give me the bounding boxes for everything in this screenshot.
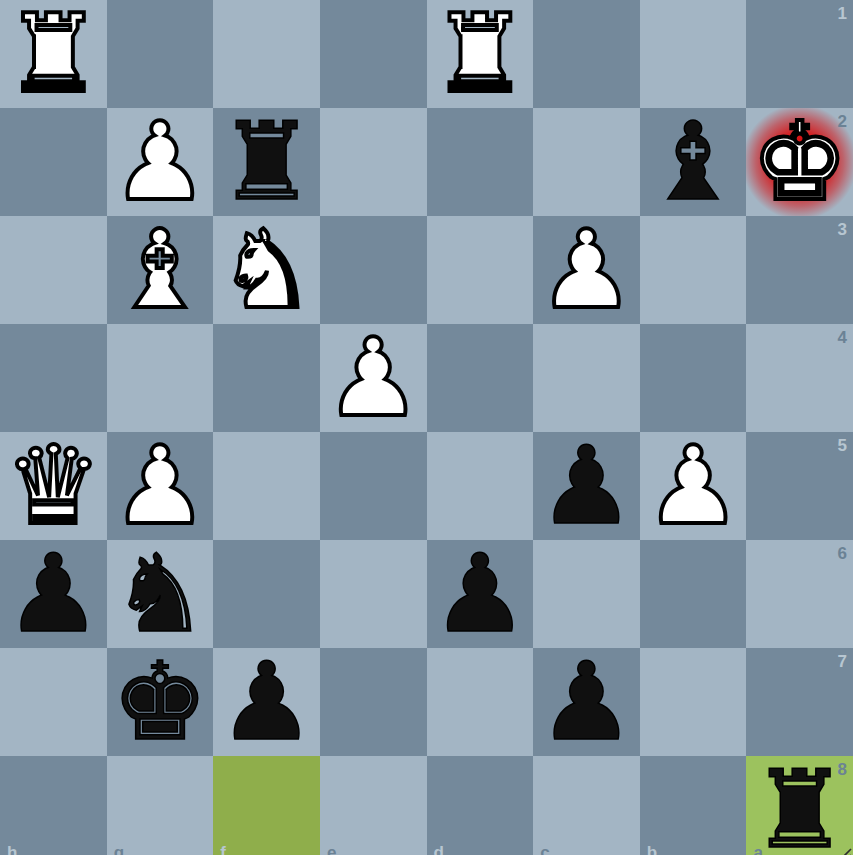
square-b3[interactable] <box>640 216 747 324</box>
piece-black-bishop[interactable]: ♝ <box>645 108 742 216</box>
square-c3[interactable]: ♟ <box>533 216 640 324</box>
square-h2[interactable] <box>0 108 107 216</box>
square-d5[interactable] <box>427 432 534 540</box>
square-c7[interactable]: ♟ <box>533 648 640 756</box>
square-a8[interactable]: ♜a8 <box>746 756 853 855</box>
piece-white-bishop[interactable]: ♝ <box>112 216 209 324</box>
rank-label-6: 6 <box>838 545 847 562</box>
square-f2[interactable]: ♜ <box>213 108 320 216</box>
square-g1[interactable] <box>107 0 214 108</box>
file-label-h: h <box>7 844 17 855</box>
piece-white-king[interactable]: ♚ <box>751 108 848 216</box>
square-d4[interactable] <box>427 324 534 432</box>
square-a1[interactable]: 1 <box>746 0 853 108</box>
square-c5[interactable]: ♟ <box>533 432 640 540</box>
rank-label-1: 1 <box>838 5 847 22</box>
square-h4[interactable] <box>0 324 107 432</box>
file-label-a: a <box>753 844 762 855</box>
square-a3[interactable]: 3 <box>746 216 853 324</box>
file-label-b: b <box>647 844 657 855</box>
piece-black-pawn[interactable]: ♟ <box>5 540 102 648</box>
square-e7[interactable] <box>320 648 427 756</box>
square-b5[interactable]: ♟ <box>640 432 747 540</box>
square-d1[interactable]: ♜ <box>427 0 534 108</box>
square-h7[interactable] <box>0 648 107 756</box>
piece-black-rook[interactable]: ♜ <box>218 108 315 216</box>
square-a7[interactable]: 7 <box>746 648 853 756</box>
rank-label-7: 7 <box>838 653 847 670</box>
square-e8[interactable]: e <box>320 756 427 855</box>
piece-white-pawn[interactable]: ♟ <box>645 432 742 540</box>
board-resize-handle[interactable] <box>834 845 852 855</box>
square-f7[interactable]: ♟ <box>213 648 320 756</box>
square-h3[interactable] <box>0 216 107 324</box>
square-b1[interactable] <box>640 0 747 108</box>
piece-white-rook[interactable]: ♜ <box>5 0 102 108</box>
square-d2[interactable] <box>427 108 534 216</box>
piece-white-pawn[interactable]: ♟ <box>112 432 209 540</box>
square-b8[interactable]: b <box>640 756 747 855</box>
square-h1[interactable]: ♜ <box>0 0 107 108</box>
square-f1[interactable] <box>213 0 320 108</box>
square-g5[interactable]: ♟ <box>107 432 214 540</box>
square-d8[interactable]: d <box>427 756 534 855</box>
square-g2[interactable]: ♟ <box>107 108 214 216</box>
square-b6[interactable] <box>640 540 747 648</box>
square-g8[interactable]: g <box>107 756 214 855</box>
rank-label-8: 8 <box>838 761 847 778</box>
piece-white-pawn[interactable]: ♟ <box>112 108 209 216</box>
square-e6[interactable] <box>320 540 427 648</box>
square-d6[interactable]: ♟ <box>427 540 534 648</box>
file-label-e: e <box>327 844 336 855</box>
square-g3[interactable]: ♝ <box>107 216 214 324</box>
file-label-f: f <box>220 844 226 855</box>
chess-board: ♜♜1♟♜♝♚2♝♞♟3♟4♛♟♟♟5♟♞♟6♚♟♟7hgfedcb♜a8 <box>0 0 853 855</box>
square-g4[interactable] <box>107 324 214 432</box>
square-c1[interactable] <box>533 0 640 108</box>
file-label-d: d <box>434 844 444 855</box>
square-h5[interactable]: ♛ <box>0 432 107 540</box>
piece-black-knight[interactable]: ♞ <box>112 540 209 648</box>
square-g7[interactable]: ♚ <box>107 648 214 756</box>
piece-black-pawn[interactable]: ♟ <box>218 648 315 756</box>
square-e1[interactable] <box>320 0 427 108</box>
square-b4[interactable] <box>640 324 747 432</box>
square-b7[interactable] <box>640 648 747 756</box>
square-e4[interactable]: ♟ <box>320 324 427 432</box>
piece-white-rook[interactable]: ♜ <box>431 0 528 108</box>
square-f6[interactable] <box>213 540 320 648</box>
rank-label-5: 5 <box>838 437 847 454</box>
square-f3[interactable]: ♞ <box>213 216 320 324</box>
square-a4[interactable]: 4 <box>746 324 853 432</box>
piece-black-pawn[interactable]: ♟ <box>538 432 635 540</box>
rank-label-3: 3 <box>838 221 847 238</box>
square-h6[interactable]: ♟ <box>0 540 107 648</box>
square-c4[interactable] <box>533 324 640 432</box>
piece-white-pawn[interactable]: ♟ <box>538 216 635 324</box>
square-d7[interactable] <box>427 648 534 756</box>
square-a2[interactable]: ♚2 <box>746 108 853 216</box>
square-e2[interactable] <box>320 108 427 216</box>
rank-label-2: 2 <box>838 113 847 130</box>
square-a5[interactable]: 5 <box>746 432 853 540</box>
square-c8[interactable]: c <box>533 756 640 855</box>
square-f4[interactable] <box>213 324 320 432</box>
square-a6[interactable]: 6 <box>746 540 853 648</box>
square-f5[interactable] <box>213 432 320 540</box>
piece-white-pawn[interactable]: ♟ <box>325 324 422 432</box>
piece-black-pawn[interactable]: ♟ <box>431 540 528 648</box>
piece-white-knight[interactable]: ♞ <box>218 216 315 324</box>
square-h8[interactable]: h <box>0 756 107 855</box>
square-c2[interactable] <box>533 108 640 216</box>
file-label-c: c <box>540 844 549 855</box>
rank-label-4: 4 <box>838 329 847 346</box>
square-b2[interactable]: ♝ <box>640 108 747 216</box>
file-label-g: g <box>114 844 124 855</box>
square-c6[interactable] <box>533 540 640 648</box>
piece-black-pawn[interactable]: ♟ <box>538 648 635 756</box>
square-e3[interactable] <box>320 216 427 324</box>
square-f8[interactable]: f <box>213 756 320 855</box>
square-e5[interactable] <box>320 432 427 540</box>
piece-white-queen[interactable]: ♛ <box>5 432 102 540</box>
square-d3[interactable] <box>427 216 534 324</box>
piece-black-king[interactable]: ♚ <box>112 648 209 756</box>
square-g6[interactable]: ♞ <box>107 540 214 648</box>
piece-black-rook[interactable]: ♜ <box>751 756 848 855</box>
